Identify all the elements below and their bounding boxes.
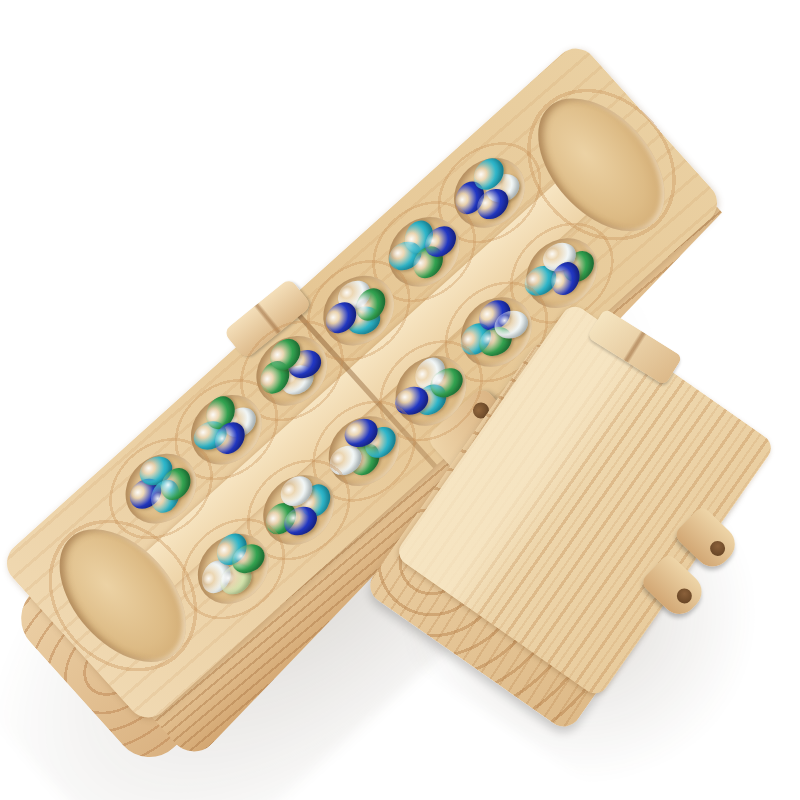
store-near[interactable] (35, 506, 211, 686)
product-photo-scene (0, 0, 800, 800)
store-wrap-far (464, 26, 739, 304)
hinge-hole-icon (674, 585, 695, 606)
hinge-hole-icon (707, 538, 728, 559)
store-far[interactable] (514, 75, 690, 255)
